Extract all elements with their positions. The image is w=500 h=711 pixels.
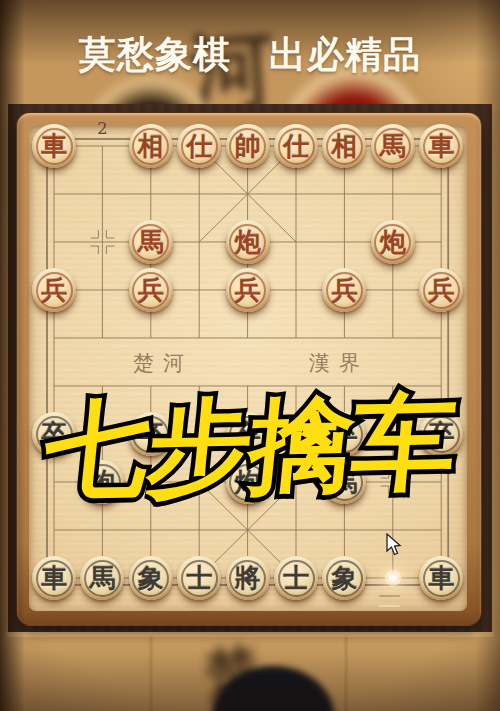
piece-character: 士 (274, 556, 318, 600)
equals-mark (379, 605, 400, 607)
piece-black-elephant[interactable]: 象 (322, 556, 366, 600)
piece-red-soldier[interactable]: 兵 (322, 268, 366, 312)
piece-character: 帥 (226, 124, 270, 168)
piece-black-chariot[interactable]: 車 (419, 556, 463, 600)
piece-red-advisor[interactable]: 仕 (177, 124, 221, 168)
river-label-right: 漢界 (289, 350, 389, 376)
piece-character: 仕 (177, 124, 221, 168)
channel-banner: 莫愁象棋 出必精品 (0, 30, 500, 80)
plank-line (345, 636, 347, 711)
piece-red-horse[interactable]: 馬 (129, 220, 173, 264)
piece-red-elephant[interactable]: 相 (129, 124, 173, 168)
piece-red-horse[interactable]: 馬 (371, 124, 415, 168)
piece-red-soldier[interactable]: 兵 (129, 268, 173, 312)
video-caption: 七步擒车 (0, 381, 500, 511)
piece-black-horse[interactable]: 馬 (80, 556, 124, 600)
piece-character: 車 (32, 124, 76, 168)
piece-black-advisor[interactable]: 士 (274, 556, 318, 600)
piece-character: 相 (129, 124, 173, 168)
piece-red-soldier[interactable]: 兵 (32, 268, 76, 312)
piece-character: 兵 (226, 268, 270, 312)
piece-character: 馬 (371, 124, 415, 168)
mouse-cursor-icon (386, 533, 404, 561)
piece-red-chariot[interactable]: 車 (419, 124, 463, 168)
piece-character: 兵 (322, 268, 366, 312)
piece-character: 馬 (80, 556, 124, 600)
piece-character: 炮 (371, 220, 415, 264)
piece-red-general[interactable]: 帥 (226, 124, 270, 168)
plank-line (150, 636, 152, 711)
piece-character: 將 (226, 556, 270, 600)
piece-character: 兵 (419, 268, 463, 312)
piece-character: 炮 (226, 220, 270, 264)
piece-character: 象 (129, 556, 173, 600)
piece-red-cannon[interactable]: 炮 (371, 220, 415, 264)
piece-black-elephant[interactable]: 象 (129, 556, 173, 600)
piece-character: 車 (32, 556, 76, 600)
board-frame: 楚河 漢界 車相仕帥仕相馬車馬炮炮兵兵兵兵兵卒卒卒卒卒炮炮馬車馬象士將士象車2 (16, 112, 482, 626)
piece-red-cannon[interactable]: 炮 (226, 220, 270, 264)
move-number-label: 2 (94, 119, 110, 138)
piece-character: 仕 (274, 124, 318, 168)
piece-character: 兵 (129, 268, 173, 312)
piece-red-soldier[interactable]: 兵 (226, 268, 270, 312)
equals-mark (379, 595, 400, 597)
piece-red-soldier[interactable]: 兵 (419, 268, 463, 312)
piece-character: 馬 (129, 220, 173, 264)
last-move-origin-marker (388, 573, 398, 583)
piece-red-advisor[interactable]: 仕 (274, 124, 318, 168)
piece-red-elephant[interactable]: 相 (322, 124, 366, 168)
piece-character: 車 (419, 556, 463, 600)
piece-character: 相 (322, 124, 366, 168)
river-label-left: 楚河 (113, 350, 213, 376)
piece-character: 車 (419, 124, 463, 168)
piece-black-chariot[interactable]: 車 (32, 556, 76, 600)
piece-red-chariot[interactable]: 車 (32, 124, 76, 168)
piece-black-advisor[interactable]: 士 (177, 556, 221, 600)
piece-black-general[interactable]: 將 (226, 556, 270, 600)
game-screenshot: 楚河 漢界 車相仕帥仕相馬車馬炮炮兵兵兵兵兵卒卒卒卒卒炮炮馬車馬象士將士象車2 (8, 104, 492, 632)
piece-character: 兵 (32, 268, 76, 312)
piece-character: 象 (322, 556, 366, 600)
piece-character: 士 (177, 556, 221, 600)
